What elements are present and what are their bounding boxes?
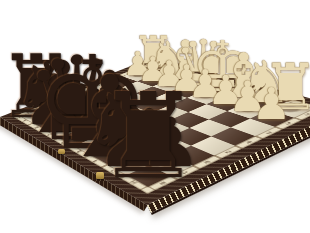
chess-set-photo: AABBCCDDEEFFGGHH8877665544332211 ♜♞♟♝♟♛♟…: [0, 0, 310, 233]
piece-black-rook-h8: ♜: [96, 78, 202, 196]
piece-white-pawn-h2: ♟: [252, 82, 291, 126]
